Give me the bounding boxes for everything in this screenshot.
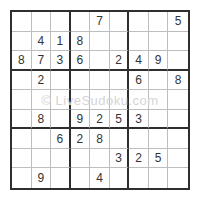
cell-r4c3[interactable] [51,71,71,91]
cell-r4c6[interactable] [110,71,130,91]
cell-r1c6[interactable] [110,12,130,32]
cell-r7c8[interactable] [149,129,169,149]
cell-r9c5[interactable]: 4 [90,168,110,188]
cell-r2c1[interactable] [12,32,32,52]
cell-r9c3[interactable] [51,168,71,188]
cell-r9c8[interactable] [149,168,169,188]
cell-r7c5[interactable]: 8 [90,129,110,149]
cell-r3c6[interactable]: 2 [110,51,130,71]
cell-r4c1[interactable] [12,71,32,91]
cell-r3c5[interactable] [90,51,110,71]
cell-r3c7[interactable]: 4 [129,51,149,71]
sudoku-grid: 7541887362492688925362832594 [10,10,190,190]
cell-r2c4[interactable]: 8 [71,32,91,52]
cell-r4c8[interactable] [149,71,169,91]
cell-r8c6[interactable]: 3 [110,149,130,169]
cell-r9c1[interactable] [12,168,32,188]
cell-r7c9[interactable] [168,129,188,149]
cell-r8c9[interactable] [168,149,188,169]
cell-r8c7[interactable]: 2 [129,149,149,169]
cell-r7c6[interactable] [110,129,130,149]
cell-r2c2[interactable]: 4 [32,32,52,52]
cell-r4c2[interactable]: 2 [32,71,52,91]
cell-r4c7[interactable]: 6 [129,71,149,91]
cell-r1c5[interactable]: 7 [90,12,110,32]
cell-r6c7[interactable]: 3 [129,110,149,130]
cell-r7c3[interactable]: 6 [51,129,71,149]
cell-r3c2[interactable]: 7 [32,51,52,71]
cell-r8c3[interactable] [51,149,71,169]
cell-r7c2[interactable] [32,129,52,149]
cell-r9c4[interactable] [71,168,91,188]
cell-r1c3[interactable] [51,12,71,32]
cell-r3c1[interactable]: 8 [12,51,32,71]
cell-r5c9[interactable] [168,90,188,110]
cell-r8c5[interactable] [90,149,110,169]
cell-r8c8[interactable]: 5 [149,149,169,169]
cell-r1c9[interactable]: 5 [168,12,188,32]
cell-r2c7[interactable] [129,32,149,52]
cell-r4c9[interactable]: 8 [168,71,188,91]
cell-r3c8[interactable]: 9 [149,51,169,71]
cell-r9c2[interactable]: 9 [32,168,52,188]
cell-r7c7[interactable] [129,129,149,149]
cell-r6c5[interactable]: 2 [90,110,110,130]
cell-r5c6[interactable] [110,90,130,110]
cell-r6c4[interactable]: 9 [71,110,91,130]
cell-r5c2[interactable] [32,90,52,110]
sudoku-page: 7541887362492688925362832594 © LiveSudok… [0,0,200,200]
cell-r8c4[interactable] [71,149,91,169]
cell-r6c9[interactable] [168,110,188,130]
cell-r5c8[interactable] [149,90,169,110]
cell-r6c3[interactable] [51,110,71,130]
cell-r9c7[interactable] [129,168,149,188]
cell-r1c8[interactable] [149,12,169,32]
cell-r8c1[interactable] [12,149,32,169]
cell-r6c1[interactable] [12,110,32,130]
cell-r7c4[interactable]: 2 [71,129,91,149]
cell-r1c1[interactable] [12,12,32,32]
cell-r9c9[interactable] [168,168,188,188]
cell-r6c2[interactable]: 8 [32,110,52,130]
cell-r5c3[interactable] [51,90,71,110]
cell-r2c8[interactable] [149,32,169,52]
cell-r8c2[interactable] [32,149,52,169]
cell-r3c3[interactable]: 3 [51,51,71,71]
cell-r9c6[interactable] [110,168,130,188]
cell-r5c7[interactable] [129,90,149,110]
cell-r1c7[interactable] [129,12,149,32]
cell-r4c5[interactable] [90,71,110,91]
cell-r6c8[interactable] [149,110,169,130]
cell-r5c4[interactable] [71,90,91,110]
cell-r4c4[interactable] [71,71,91,91]
cell-r5c1[interactable] [12,90,32,110]
cell-r3c4[interactable]: 6 [71,51,91,71]
cell-r1c4[interactable] [71,12,91,32]
cell-r5c5[interactable] [90,90,110,110]
cell-r3c9[interactable] [168,51,188,71]
cell-r6c6[interactable]: 5 [110,110,130,130]
cell-r2c3[interactable]: 1 [51,32,71,52]
cell-r2c9[interactable] [168,32,188,52]
cell-r2c6[interactable] [110,32,130,52]
cell-r2c5[interactable] [90,32,110,52]
cell-r7c1[interactable] [12,129,32,149]
sudoku-board: 7541887362492688925362832594 © LiveSudok… [10,10,190,190]
cell-r1c2[interactable] [32,12,52,32]
